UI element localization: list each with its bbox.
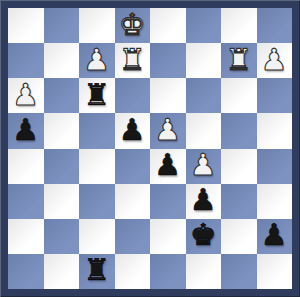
square-e4[interactable]: ♟	[150, 149, 186, 184]
square-d1[interactable]	[115, 254, 151, 289]
piece-white-king[interactable]: ♚	[119, 10, 146, 40]
square-e6[interactable]	[150, 78, 186, 113]
square-h6[interactable]	[257, 78, 293, 113]
square-d8[interactable]: ♚	[115, 8, 151, 43]
chess-board: ♚♟♜♜♟♟♜♟♟♟♟♟♟♚♟♜	[8, 8, 292, 289]
piece-white-pawn[interactable]: ♟	[190, 150, 217, 180]
square-g4[interactable]	[221, 149, 257, 184]
square-b2[interactable]	[44, 219, 80, 254]
square-b3[interactable]	[44, 184, 80, 219]
square-c4[interactable]	[79, 149, 115, 184]
square-d2[interactable]	[115, 219, 151, 254]
square-a2[interactable]	[8, 219, 44, 254]
square-h8[interactable]	[257, 8, 293, 43]
board-frame: ♚♟♜♜♟♟♜♟♟♟♟♟♟♚♟♜	[0, 0, 300, 297]
piece-white-pawn[interactable]: ♟	[83, 45, 110, 75]
square-c3[interactable]	[79, 184, 115, 219]
square-h2[interactable]: ♟	[257, 219, 293, 254]
square-e1[interactable]	[150, 254, 186, 289]
square-c1[interactable]: ♜	[79, 254, 115, 289]
square-c7[interactable]: ♟	[79, 43, 115, 78]
square-g6[interactable]	[221, 78, 257, 113]
piece-black-pawn[interactable]: ♟	[119, 115, 146, 145]
square-c5[interactable]	[79, 113, 115, 148]
piece-white-rook[interactable]: ♜	[225, 45, 252, 75]
square-d4[interactable]	[115, 149, 151, 184]
square-g3[interactable]	[221, 184, 257, 219]
piece-black-pawn[interactable]: ♟	[12, 115, 39, 145]
square-f1[interactable]	[186, 254, 222, 289]
square-f6[interactable]	[186, 78, 222, 113]
square-h1[interactable]	[257, 254, 293, 289]
square-b4[interactable]	[44, 149, 80, 184]
square-g2[interactable]	[221, 219, 257, 254]
square-b5[interactable]	[44, 113, 80, 148]
square-e2[interactable]	[150, 219, 186, 254]
square-a6[interactable]: ♟	[8, 78, 44, 113]
square-b7[interactable]	[44, 43, 80, 78]
square-g7[interactable]: ♜	[221, 43, 257, 78]
square-a4[interactable]	[8, 149, 44, 184]
square-a7[interactable]	[8, 43, 44, 78]
square-e3[interactable]	[150, 184, 186, 219]
square-c6[interactable]: ♜	[79, 78, 115, 113]
square-c8[interactable]	[79, 8, 115, 43]
square-d5[interactable]: ♟	[115, 113, 151, 148]
square-f3[interactable]: ♟	[186, 184, 222, 219]
piece-black-rook[interactable]: ♜	[83, 255, 110, 285]
square-f2[interactable]: ♚	[186, 219, 222, 254]
piece-white-pawn[interactable]: ♟	[12, 80, 39, 110]
square-a1[interactable]	[8, 254, 44, 289]
square-h7[interactable]: ♟	[257, 43, 293, 78]
square-f8[interactable]	[186, 8, 222, 43]
square-b8[interactable]	[44, 8, 80, 43]
square-a3[interactable]	[8, 184, 44, 219]
square-g5[interactable]	[221, 113, 257, 148]
square-g1[interactable]	[221, 254, 257, 289]
piece-black-pawn[interactable]: ♟	[154, 150, 181, 180]
piece-white-pawn[interactable]: ♟	[154, 115, 181, 145]
square-b1[interactable]	[44, 254, 80, 289]
piece-black-king[interactable]: ♚	[190, 220, 217, 250]
piece-black-rook[interactable]: ♜	[83, 80, 110, 110]
square-e5[interactable]: ♟	[150, 113, 186, 148]
square-f4[interactable]: ♟	[186, 149, 222, 184]
square-d6[interactable]	[115, 78, 151, 113]
square-a5[interactable]: ♟	[8, 113, 44, 148]
square-a8[interactable]	[8, 8, 44, 43]
square-d3[interactable]	[115, 184, 151, 219]
square-c2[interactable]	[79, 219, 115, 254]
square-f7[interactable]	[186, 43, 222, 78]
square-h4[interactable]	[257, 149, 293, 184]
square-h5[interactable]	[257, 113, 293, 148]
square-f5[interactable]	[186, 113, 222, 148]
square-h3[interactable]	[257, 184, 293, 219]
square-e7[interactable]	[150, 43, 186, 78]
square-b6[interactable]	[44, 78, 80, 113]
square-d7[interactable]: ♜	[115, 43, 151, 78]
square-e8[interactable]	[150, 8, 186, 43]
piece-black-pawn[interactable]: ♟	[190, 185, 217, 215]
square-g8[interactable]	[221, 8, 257, 43]
piece-white-rook[interactable]: ♜	[119, 45, 146, 75]
piece-white-pawn[interactable]: ♟	[261, 45, 288, 75]
piece-black-pawn[interactable]: ♟	[261, 220, 288, 250]
